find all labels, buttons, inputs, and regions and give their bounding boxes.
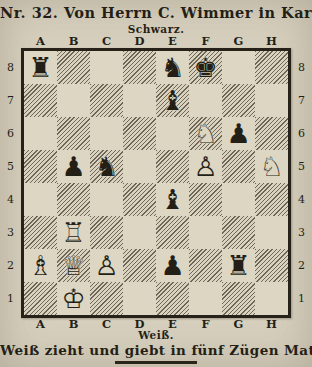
- file-label-e: E: [156, 35, 189, 48]
- square-g4: [222, 183, 255, 216]
- black-rook: ♜: [24, 51, 57, 84]
- white-pawn: ♟♙: [189, 150, 222, 183]
- square-g6: ♟: [222, 117, 255, 150]
- rank-label-3: 3: [291, 216, 312, 249]
- page-title: Nr. 32. Von Herrn C. Wimmer in Karlsruhe…: [0, 0, 312, 22]
- square-g1: [222, 282, 255, 315]
- piece-glyph: ♝: [156, 84, 189, 117]
- rank-label-7: 7: [291, 84, 312, 117]
- square-c2: ♟♙: [90, 249, 123, 282]
- square-b5: ♟: [57, 150, 90, 183]
- square-f1: [189, 282, 222, 315]
- square-a8: ♜: [24, 51, 57, 84]
- square-f2: [189, 249, 222, 282]
- square-h8: [255, 51, 288, 84]
- piece-glyph: ♞: [156, 51, 189, 84]
- rank-label-5: 5: [0, 150, 21, 183]
- piece-glyph: ♟: [156, 249, 189, 282]
- black-pawn: ♟: [57, 150, 90, 183]
- square-b8: [57, 51, 90, 84]
- square-e1: [156, 282, 189, 315]
- file-labels-top: ABCDEFGH: [21, 35, 291, 48]
- square-c5: ♞: [90, 150, 123, 183]
- square-e7: ♝: [156, 84, 189, 117]
- square-g5: [222, 150, 255, 183]
- square-a1: [24, 282, 57, 315]
- square-d8: [123, 51, 156, 84]
- square-b7: [57, 84, 90, 117]
- square-g3: [222, 216, 255, 249]
- piece-glyph: ♕: [57, 249, 90, 282]
- rank-label-1: 1: [0, 282, 21, 315]
- piece-glyph: ♙: [90, 249, 123, 282]
- square-h7: [255, 84, 288, 117]
- white-knight: ♞♘: [255, 150, 288, 183]
- scanned-chess-problem-page: Nr. 32. Von Herrn C. Wimmer in Karlsruhe…: [0, 0, 312, 367]
- square-f8: ♚: [189, 51, 222, 84]
- file-label-h: H: [255, 35, 288, 48]
- square-a3: [24, 216, 57, 249]
- square-e8: ♞: [156, 51, 189, 84]
- divider-rule: [115, 361, 197, 364]
- square-h5: ♞♘: [255, 150, 288, 183]
- square-h2: [255, 249, 288, 282]
- piece-glyph: ♘: [255, 150, 288, 183]
- square-h3: [255, 216, 288, 249]
- piece-glyph: ♜: [222, 249, 255, 282]
- rank-label-6: 6: [0, 117, 21, 150]
- square-e4: ♝: [156, 183, 189, 216]
- square-c4: [90, 183, 123, 216]
- file-label-a: A: [24, 35, 57, 48]
- white-rook: ♜♖: [57, 216, 90, 249]
- piece-glyph: ♔: [57, 282, 90, 315]
- black-knight: ♞: [90, 150, 123, 183]
- problem-caption: Weiß zieht und giebt in fünf Zügen Matt.: [0, 342, 312, 358]
- file-label-c: C: [90, 318, 123, 330]
- black-bishop: ♝: [156, 84, 189, 117]
- square-d1: [123, 282, 156, 315]
- black-pawn: ♟: [222, 117, 255, 150]
- square-e3: [156, 216, 189, 249]
- square-f7: [189, 84, 222, 117]
- piece-glyph: ♟: [57, 150, 90, 183]
- piece-glyph: ♜: [24, 51, 57, 84]
- square-c7: [90, 84, 123, 117]
- rank-label-4: 4: [0, 183, 21, 216]
- square-b2: ♛♕: [57, 249, 90, 282]
- black-bishop: ♝: [156, 183, 189, 216]
- piece-glyph: ♘: [189, 117, 222, 150]
- square-e5: [156, 150, 189, 183]
- square-b6: [57, 117, 90, 150]
- black-pawn: ♟: [156, 249, 189, 282]
- file-label-c: C: [90, 35, 123, 48]
- square-h6: [255, 117, 288, 150]
- piece-glyph: ♞: [90, 150, 123, 183]
- file-label-a: A: [24, 318, 57, 330]
- file-label-d: D: [123, 35, 156, 48]
- white-pawn: ♟♙: [90, 249, 123, 282]
- file-label-g: G: [222, 35, 255, 48]
- black-rook: ♜: [222, 249, 255, 282]
- square-h1: [255, 282, 288, 315]
- square-g8: [222, 51, 255, 84]
- square-f3: [189, 216, 222, 249]
- square-d5: [123, 150, 156, 183]
- square-c3: [90, 216, 123, 249]
- file-label-f: F: [189, 35, 222, 48]
- square-e2: ♟: [156, 249, 189, 282]
- square-d7: [123, 84, 156, 117]
- rank-labels-right: 87654321: [291, 48, 312, 318]
- square-d4: [123, 183, 156, 216]
- rank-label-2: 2: [0, 249, 21, 282]
- file-label-f: F: [189, 318, 222, 330]
- square-f5: ♟♙: [189, 150, 222, 183]
- square-c6: [90, 117, 123, 150]
- file-label-b: B: [57, 318, 90, 330]
- rank-label-8: 8: [0, 51, 21, 84]
- rank-label-4: 4: [291, 183, 312, 216]
- square-h4: [255, 183, 288, 216]
- rank-labels-left: 87654321: [0, 48, 21, 318]
- square-c8: [90, 51, 123, 84]
- square-e6: [156, 117, 189, 150]
- black-knight: ♞: [156, 51, 189, 84]
- piece-glyph: ♟: [222, 117, 255, 150]
- square-d3: [123, 216, 156, 249]
- square-a7: [24, 84, 57, 117]
- piece-glyph: ♝: [156, 183, 189, 216]
- board-band: 87654321 ♜♞♚♝♞♘♟♟♞♟♙♞♘♝♜♖♝♗♛♕♟♙♟♜♚♔ 8765…: [0, 48, 312, 318]
- square-f4: [189, 183, 222, 216]
- white-bishop: ♝♗: [24, 249, 57, 282]
- rank-label-5: 5: [291, 150, 312, 183]
- rank-label-6: 6: [291, 117, 312, 150]
- chess-board: ♜♞♚♝♞♘♟♟♞♟♙♞♘♝♜♖♝♗♛♕♟♙♟♜♚♔: [21, 48, 291, 318]
- square-c1: [90, 282, 123, 315]
- square-b4: [57, 183, 90, 216]
- rank-label-7: 7: [0, 84, 21, 117]
- piece-glyph: ♚: [189, 51, 222, 84]
- file-label-b: B: [57, 35, 90, 48]
- square-b1: ♚♔: [57, 282, 90, 315]
- file-label-g: G: [222, 318, 255, 330]
- white-side-label: Weiß.: [0, 330, 312, 341]
- square-b3: ♜♖: [57, 216, 90, 249]
- square-a5: [24, 150, 57, 183]
- square-f6: ♞♘: [189, 117, 222, 150]
- square-a6: [24, 117, 57, 150]
- black-king: ♚: [189, 51, 222, 84]
- rank-label-3: 3: [0, 216, 21, 249]
- white-king: ♚♔: [57, 282, 90, 315]
- square-g7: [222, 84, 255, 117]
- file-label-h: H: [255, 318, 288, 330]
- square-a4: [24, 183, 57, 216]
- square-a2: ♝♗: [24, 249, 57, 282]
- white-queen: ♛♕: [57, 249, 90, 282]
- square-g2: ♜: [222, 249, 255, 282]
- piece-glyph: ♙: [189, 150, 222, 183]
- white-knight: ♞♘: [189, 117, 222, 150]
- square-d2: [123, 249, 156, 282]
- rank-label-1: 1: [291, 282, 312, 315]
- piece-glyph: ♗: [24, 249, 57, 282]
- square-d6: [123, 117, 156, 150]
- rank-label-8: 8: [291, 51, 312, 84]
- piece-glyph: ♖: [57, 216, 90, 249]
- rank-label-2: 2: [291, 249, 312, 282]
